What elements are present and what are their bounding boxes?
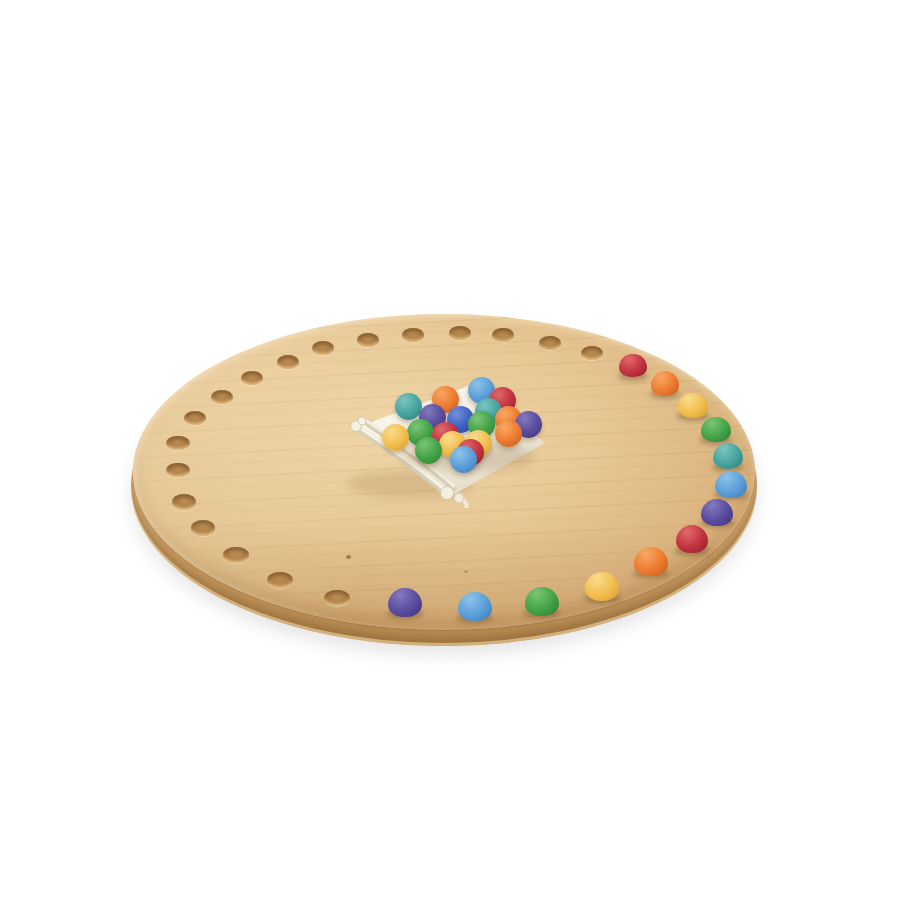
peg-hole-empty[interactable] (539, 336, 560, 349)
peg-hole-empty[interactable] (184, 411, 207, 425)
pile-ball-green[interactable] (415, 437, 442, 464)
peg-ball-green[interactable] (525, 587, 560, 616)
peg-ball-teal[interactable] (713, 443, 744, 469)
peg-hole-empty[interactable] (172, 494, 196, 509)
peg-hole-empty[interactable] (191, 520, 216, 535)
peg-hole-empty[interactable] (241, 371, 263, 385)
peg-ball-yellow[interactable] (585, 572, 619, 601)
peg-ball-red[interactable] (676, 525, 709, 553)
peg-ball-skyblue[interactable] (715, 471, 746, 498)
peg-hole-empty[interactable] (449, 326, 470, 339)
peg-ball-orange[interactable] (651, 371, 680, 395)
peg-hole-empty[interactable] (312, 341, 333, 354)
peg-ball-purple[interactable] (388, 588, 423, 617)
pile-ball-orange[interactable] (495, 420, 522, 447)
peg-ball-red[interactable] (619, 354, 647, 378)
peg-hole-empty[interactable] (357, 333, 378, 346)
peg-hole-empty[interactable] (277, 355, 299, 368)
peg-hole-empty[interactable] (324, 590, 350, 606)
pile-ball-yellow[interactable] (382, 424, 409, 451)
pile-ball-skyblue[interactable] (450, 446, 477, 473)
peg-ball-yellow[interactable] (678, 393, 707, 418)
peg-ball-green[interactable] (701, 417, 731, 442)
peg-hole-empty[interactable] (223, 547, 249, 563)
peg-ball-orange[interactable] (634, 547, 667, 575)
peg-ball-purple[interactable] (701, 499, 733, 526)
peg-hole-empty[interactable] (492, 328, 513, 341)
peg-hole-empty[interactable] (211, 390, 233, 404)
peg-hole-empty[interactable] (402, 328, 423, 341)
product-photo-stage (0, 0, 900, 900)
board-items-layer (0, 0, 900, 900)
peg-hole-empty[interactable] (267, 572, 293, 588)
pile-ball-teal[interactable] (395, 393, 422, 420)
peg-ball-skyblue[interactable] (458, 592, 493, 622)
peg-hole-empty[interactable] (166, 436, 189, 450)
peg-hole-empty[interactable] (166, 463, 190, 478)
peg-hole-empty[interactable] (581, 346, 602, 359)
